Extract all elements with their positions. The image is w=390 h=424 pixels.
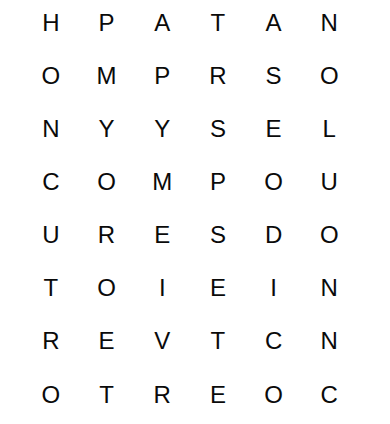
grid-cell-r3-c5[interactable]: E bbox=[246, 102, 302, 155]
grid-cell-r6-c3[interactable]: I bbox=[134, 262, 190, 315]
grid-cell-r6-c6[interactable]: N bbox=[301, 262, 357, 315]
grid-cell-r4-c5[interactable]: O bbox=[246, 155, 302, 208]
grid-cell-r6-c2[interactable]: O bbox=[79, 262, 135, 315]
grid-cell-r1-c1[interactable]: H bbox=[23, 0, 79, 49]
grid-cell-r2-c5[interactable]: S bbox=[246, 49, 302, 102]
grid-cell-r3-c2[interactable]: Y bbox=[79, 102, 135, 155]
grid-cell-r5-c3[interactable]: E bbox=[134, 209, 190, 262]
grid-cell-r8-c1[interactable]: O bbox=[23, 368, 79, 421]
grid-cell-r8-c6[interactable]: C bbox=[301, 368, 357, 421]
grid-cell-r2-c6[interactable]: O bbox=[301, 49, 357, 102]
grid-cell-r1-c2[interactable]: P bbox=[79, 0, 135, 49]
word-search-board: HPATANOMPRSONYYSELCOMPOUURESDOTOIEINREVT… bbox=[23, 0, 357, 421]
grid-cell-r1-c6[interactable]: N bbox=[301, 0, 357, 49]
grid-cell-r3-c6[interactable]: L bbox=[301, 102, 357, 155]
grid-cell-r3-c3[interactable]: Y bbox=[134, 102, 190, 155]
grid-cell-r7-c5[interactable]: C bbox=[246, 315, 302, 368]
grid-cell-r7-c2[interactable]: E bbox=[79, 315, 135, 368]
grid-cell-r1-c4[interactable]: T bbox=[190, 0, 246, 49]
grid-cell-r6-c1[interactable]: T bbox=[23, 262, 79, 315]
grid-cell-r5-c6[interactable]: O bbox=[301, 209, 357, 262]
grid-cell-r8-c2[interactable]: T bbox=[79, 368, 135, 421]
grid-cell-r2-c3[interactable]: P bbox=[134, 49, 190, 102]
grid-cell-r7-c3[interactable]: V bbox=[134, 315, 190, 368]
grid-cell-r5-c5[interactable]: D bbox=[246, 209, 302, 262]
grid-cell-r8-c4[interactable]: E bbox=[190, 368, 246, 421]
grid-cell-r1-c5[interactable]: A bbox=[246, 0, 302, 49]
grid-cell-r5-c4[interactable]: S bbox=[190, 209, 246, 262]
grid-cell-r3-c1[interactable]: N bbox=[23, 102, 79, 155]
grid-cell-r8-c3[interactable]: R bbox=[134, 368, 190, 421]
grid-cell-r2-c1[interactable]: O bbox=[23, 49, 79, 102]
grid-cell-r4-c1[interactable]: C bbox=[23, 155, 79, 208]
grid-cell-r6-c4[interactable]: E bbox=[190, 262, 246, 315]
grid-cell-r7-c4[interactable]: T bbox=[190, 315, 246, 368]
grid-cell-r2-c4[interactable]: R bbox=[190, 49, 246, 102]
grid-cell-r5-c2[interactable]: R bbox=[79, 209, 135, 262]
grid-cell-r1-c3[interactable]: A bbox=[134, 0, 190, 49]
grid-cell-r7-c6[interactable]: N bbox=[301, 315, 357, 368]
grid-cell-r7-c1[interactable]: R bbox=[23, 315, 79, 368]
grid-cell-r4-c3[interactable]: M bbox=[134, 155, 190, 208]
grid-cell-r4-c6[interactable]: U bbox=[301, 155, 357, 208]
grid-cell-r8-c5[interactable]: O bbox=[246, 368, 302, 421]
grid-cell-r5-c1[interactable]: U bbox=[23, 209, 79, 262]
grid-cell-r4-c4[interactable]: P bbox=[190, 155, 246, 208]
grid-cell-r6-c5[interactable]: I bbox=[246, 262, 302, 315]
grid-cell-r3-c4[interactable]: S bbox=[190, 102, 246, 155]
grid-cell-r2-c2[interactable]: M bbox=[79, 49, 135, 102]
grid-cell-r4-c2[interactable]: O bbox=[79, 155, 135, 208]
word-search-screen: HPATANOMPRSONYYSELCOMPOUURESDOTOIEINREVT… bbox=[0, 0, 390, 424]
